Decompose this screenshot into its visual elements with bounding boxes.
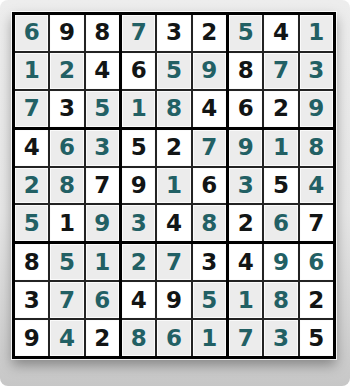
cell-r7c2[interactable]: 5 (50, 244, 83, 280)
box-2-3: 918354267 (229, 130, 333, 242)
cell-r2c3[interactable]: 4 (86, 53, 119, 89)
cell-r2c7[interactable]: 8 (229, 53, 262, 89)
cell-r2c8[interactable]: 7 (264, 53, 297, 89)
cell-r9c4[interactable]: 8 (122, 320, 155, 356)
cell-r9c5[interactable]: 6 (157, 320, 190, 356)
cell-r1c4[interactable]: 7 (122, 15, 155, 51)
cell-r9c2[interactable]: 4 (50, 320, 83, 356)
cell-r5c1[interactable]: 2 (15, 168, 48, 204)
cell-r7c4[interactable]: 2 (122, 244, 155, 280)
cell-r2c9[interactable]: 3 (300, 53, 333, 89)
cell-r4c6[interactable]: 7 (193, 130, 226, 166)
cell-r6c8[interactable]: 6 (264, 205, 297, 241)
cell-r6c7[interactable]: 2 (229, 205, 262, 241)
box-2-1: 463287519 (15, 130, 119, 242)
cell-r6c2[interactable]: 1 (50, 205, 83, 241)
cell-r1c2[interactable]: 9 (50, 15, 83, 51)
cell-r7c3[interactable]: 1 (86, 244, 119, 280)
box-3-2: 273495861 (122, 244, 226, 356)
box-1-2: 732659184 (122, 15, 226, 127)
cell-r4c3[interactable]: 3 (86, 130, 119, 166)
cell-r9c6[interactable]: 1 (193, 320, 226, 356)
cell-r7c7[interactable]: 4 (229, 244, 262, 280)
cell-r3c4[interactable]: 1 (122, 91, 155, 127)
cell-r7c1[interactable]: 8 (15, 244, 48, 280)
cell-r5c7[interactable]: 3 (229, 168, 262, 204)
cell-r4c4[interactable]: 5 (122, 130, 155, 166)
cell-r3c9[interactable]: 9 (300, 91, 333, 127)
cell-r1c1[interactable]: 6 (15, 15, 48, 51)
cell-r1c3[interactable]: 8 (86, 15, 119, 51)
cell-r5c9[interactable]: 4 (300, 168, 333, 204)
cell-r9c8[interactable]: 3 (264, 320, 297, 356)
cell-r5c4[interactable]: 9 (122, 168, 155, 204)
cell-r5c3[interactable]: 7 (86, 168, 119, 204)
cell-r1c5[interactable]: 3 (157, 15, 190, 51)
cell-r9c3[interactable]: 2 (86, 320, 119, 356)
cell-r5c2[interactable]: 8 (50, 168, 83, 204)
cell-r2c5[interactable]: 5 (157, 53, 190, 89)
box-3-3: 496182735 (229, 244, 333, 356)
cell-r4c8[interactable]: 1 (264, 130, 297, 166)
cell-r1c6[interactable]: 2 (193, 15, 226, 51)
cell-r8c5[interactable]: 9 (157, 282, 190, 318)
cell-r3c8[interactable]: 2 (264, 91, 297, 127)
cell-r9c9[interactable]: 5 (300, 320, 333, 356)
cell-r5c5[interactable]: 1 (157, 168, 190, 204)
cell-r2c6[interactable]: 9 (193, 53, 226, 89)
page-background: 6981247357326591845418736294632875195279… (0, 0, 350, 386)
cell-r6c3[interactable]: 9 (86, 205, 119, 241)
cell-r3c6[interactable]: 4 (193, 91, 226, 127)
cell-r9c1[interactable]: 9 (15, 320, 48, 356)
box-2-2: 527916348 (122, 130, 226, 242)
cell-r4c7[interactable]: 9 (229, 130, 262, 166)
cell-r9c7[interactable]: 7 (229, 320, 262, 356)
cell-r3c3[interactable]: 5 (86, 91, 119, 127)
cell-r8c6[interactable]: 5 (193, 282, 226, 318)
cell-r7c5[interactable]: 7 (157, 244, 190, 280)
cell-r8c2[interactable]: 7 (50, 282, 83, 318)
box-3-1: 851376942 (15, 244, 119, 356)
cell-r3c1[interactable]: 7 (15, 91, 48, 127)
cell-r1c8[interactable]: 4 (264, 15, 297, 51)
box-1-3: 541873629 (229, 15, 333, 127)
cell-r4c5[interactable]: 2 (157, 130, 190, 166)
cell-r8c4[interactable]: 4 (122, 282, 155, 318)
cell-r3c5[interactable]: 8 (157, 91, 190, 127)
cell-r6c9[interactable]: 7 (300, 205, 333, 241)
cell-r6c6[interactable]: 8 (193, 205, 226, 241)
cell-r5c8[interactable]: 5 (264, 168, 297, 204)
cell-r8c1[interactable]: 3 (15, 282, 48, 318)
cell-r6c4[interactable]: 3 (122, 205, 155, 241)
cell-r2c4[interactable]: 6 (122, 53, 155, 89)
cell-r6c5[interactable]: 4 (157, 205, 190, 241)
cell-r4c9[interactable]: 8 (300, 130, 333, 166)
cell-r8c8[interactable]: 8 (264, 282, 297, 318)
cell-r8c3[interactable]: 6 (86, 282, 119, 318)
cell-r2c2[interactable]: 2 (50, 53, 83, 89)
cell-r5c6[interactable]: 6 (193, 168, 226, 204)
cell-r3c2[interactable]: 3 (50, 91, 83, 127)
cell-r4c2[interactable]: 6 (50, 130, 83, 166)
cell-r4c1[interactable]: 4 (15, 130, 48, 166)
cell-r8c9[interactable]: 2 (300, 282, 333, 318)
cell-r7c9[interactable]: 6 (300, 244, 333, 280)
cell-r3c7[interactable]: 6 (229, 91, 262, 127)
cell-r7c8[interactable]: 9 (264, 244, 297, 280)
sudoku-board: 6981247357326591845418736294632875195279… (12, 12, 336, 359)
cell-r1c9[interactable]: 1 (300, 15, 333, 51)
cell-r2c1[interactable]: 1 (15, 53, 48, 89)
cell-r7c6[interactable]: 3 (193, 244, 226, 280)
cell-r6c1[interactable]: 5 (15, 205, 48, 241)
box-1-1: 698124735 (15, 15, 119, 127)
cell-r1c7[interactable]: 5 (229, 15, 262, 51)
cell-r8c7[interactable]: 1 (229, 282, 262, 318)
